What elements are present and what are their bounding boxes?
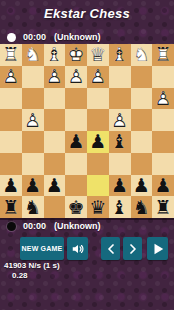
square-d4[interactable] (87, 109, 109, 131)
piece-white-b: ♝♗ (109, 44, 131, 66)
app-screen: Ekstar Chess 00:00 (Unknown) ♜♖♞♘♝♗♚♔♛♕♝… (0, 0, 174, 310)
piece-black-p: ♟ (44, 175, 66, 197)
new-game-button[interactable]: NEW GAME (20, 237, 64, 260)
piece-black-r: ♜ (0, 196, 22, 218)
play-button[interactable] (147, 237, 168, 260)
square-g1[interactable]: ♞♘ (22, 44, 44, 66)
prev-move-button[interactable] (101, 237, 120, 260)
engine-eval: 0.28 (4, 271, 60, 281)
piece-black-n: ♞ (22, 196, 44, 218)
square-h3[interactable] (0, 88, 22, 110)
black-clock: 00:00 (23, 221, 47, 231)
piece-white-p: ♟♙ (0, 66, 22, 88)
piece-black-p: ♟ (87, 131, 109, 153)
square-b4[interactable] (131, 109, 153, 131)
square-f7[interactable]: ♟ (44, 175, 66, 197)
square-b8[interactable]: ♞ (131, 196, 153, 218)
piece-white-b: ♝♗ (44, 44, 66, 66)
square-c6[interactable] (109, 153, 131, 175)
square-d8[interactable]: ♛ (87, 196, 109, 218)
square-h4[interactable] (0, 109, 22, 131)
piece-white-n: ♞♘ (22, 44, 44, 66)
piece-black-p: ♟ (152, 175, 174, 197)
square-d5[interactable]: ♟ (87, 131, 109, 153)
piece-black-p: ♟ (65, 131, 87, 153)
square-g4[interactable]: ♟♙ (22, 109, 44, 131)
piece-black-p: ♟ (131, 175, 153, 197)
piece-white-k: ♚♔ (65, 44, 87, 66)
square-g2[interactable] (22, 66, 44, 88)
square-e4[interactable] (65, 109, 87, 131)
square-c8[interactable]: ♝ (109, 196, 131, 218)
square-a2[interactable] (152, 66, 174, 88)
chess-board: ♜♖♞♘♝♗♚♔♛♕♝♗♞♘♜♖♟♙♟♙♟♙♟♙♟♙♟♙♟♙♟♟♝♟♟♟♟♟♟♜… (0, 44, 174, 218)
square-e3[interactable] (65, 88, 87, 110)
black-player-status: 00:00 (Unknown) (7, 220, 101, 232)
square-g8[interactable]: ♞ (22, 196, 44, 218)
square-a4[interactable] (152, 109, 174, 131)
white-clock: 00:00 (23, 32, 47, 42)
square-b6[interactable] (131, 153, 153, 175)
next-move-button[interactable] (123, 237, 142, 260)
square-a1[interactable]: ♜♖ (152, 44, 174, 66)
play-icon (151, 242, 165, 256)
piece-black-p: ♟ (109, 175, 131, 197)
square-a6[interactable] (152, 153, 174, 175)
engine-speed: 41903 N/s (1 s) (4, 261, 60, 271)
square-e8[interactable]: ♚ (65, 196, 87, 218)
square-a5[interactable] (152, 131, 174, 153)
square-f1[interactable]: ♝♗ (44, 44, 66, 66)
square-b7[interactable]: ♟ (131, 175, 153, 197)
square-b1[interactable]: ♞♘ (131, 44, 153, 66)
white-player-name: (Unknown) (54, 32, 101, 42)
square-g7[interactable]: ♟ (22, 175, 44, 197)
piece-white-p: ♟♙ (87, 66, 109, 88)
square-f6[interactable] (44, 153, 66, 175)
square-d3[interactable] (87, 88, 109, 110)
square-d2[interactable]: ♟♙ (87, 66, 109, 88)
square-b5[interactable] (131, 131, 153, 153)
square-d7[interactable] (87, 175, 109, 197)
square-h5[interactable] (0, 131, 22, 153)
piece-white-n: ♞♘ (131, 44, 153, 66)
speaker-icon (71, 242, 85, 256)
square-e5[interactable]: ♟ (65, 131, 87, 153)
square-h1[interactable]: ♜♖ (0, 44, 22, 66)
square-b3[interactable] (131, 88, 153, 110)
square-e1[interactable]: ♚♔ (65, 44, 87, 66)
white-player-indicator (7, 33, 16, 42)
square-g5[interactable] (22, 131, 44, 153)
square-f2[interactable]: ♟♙ (44, 66, 66, 88)
square-h8[interactable]: ♜ (0, 196, 22, 218)
square-c4[interactable]: ♟♙ (109, 109, 131, 131)
black-player-indicator (7, 222, 16, 231)
square-f3[interactable] (44, 88, 66, 110)
square-d6[interactable] (87, 153, 109, 175)
piece-black-p: ♟ (0, 175, 22, 197)
square-a7[interactable]: ♟ (152, 175, 174, 197)
square-h2[interactable]: ♟♙ (0, 66, 22, 88)
square-c5[interactable]: ♝ (109, 131, 131, 153)
square-f5[interactable] (44, 131, 66, 153)
square-e6[interactable] (65, 153, 87, 175)
piece-white-p: ♟♙ (109, 109, 131, 131)
piece-white-q: ♛♕ (87, 44, 109, 66)
square-g6[interactable] (22, 153, 44, 175)
piece-white-p: ♟♙ (65, 66, 87, 88)
piece-white-p: ♟♙ (22, 109, 44, 131)
piece-black-q: ♛ (87, 196, 109, 218)
piece-white-r: ♜♖ (0, 44, 22, 66)
square-a3[interactable]: ♟♙ (152, 88, 174, 110)
square-c3[interactable] (109, 88, 131, 110)
sound-button[interactable] (67, 237, 88, 260)
square-e2[interactable]: ♟♙ (65, 66, 87, 88)
square-e7[interactable] (65, 175, 87, 197)
square-f8[interactable] (44, 196, 66, 218)
piece-black-p: ♟ (22, 175, 44, 197)
square-d1[interactable]: ♛♕ (87, 44, 109, 66)
square-f4[interactable] (44, 109, 66, 131)
square-c2[interactable] (109, 66, 131, 88)
piece-white-r: ♜♖ (152, 44, 174, 66)
piece-black-r: ♜ (152, 196, 174, 218)
app-title: Ekstar Chess (0, 6, 174, 21)
piece-black-b: ♝ (109, 196, 131, 218)
square-g3[interactable] (22, 88, 44, 110)
square-c7[interactable]: ♟ (109, 175, 131, 197)
piece-black-n: ♞ (131, 196, 153, 218)
square-h6[interactable] (0, 153, 22, 175)
control-bar: NEW GAME (0, 237, 174, 260)
piece-black-k: ♚ (65, 196, 87, 218)
engine-info: 41903 N/s (1 s) 0.28 (4, 261, 60, 281)
chevron-right-icon (127, 242, 139, 256)
piece-white-p: ♟♙ (44, 66, 66, 88)
square-a8[interactable]: ♜ (152, 196, 174, 218)
square-c1[interactable]: ♝♗ (109, 44, 131, 66)
black-player-name: (Unknown) (54, 221, 101, 231)
piece-white-p: ♟♙ (152, 88, 174, 110)
white-player-status: 00:00 (Unknown) (7, 31, 101, 43)
chevron-left-icon (105, 242, 117, 256)
square-b2[interactable] (131, 66, 153, 88)
piece-black-b: ♝ (109, 131, 131, 153)
square-h7[interactable]: ♟ (0, 175, 22, 197)
